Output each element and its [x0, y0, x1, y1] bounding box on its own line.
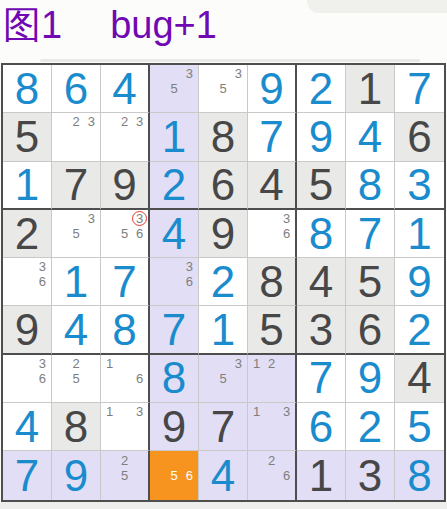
cell-r9c6[interactable]: 26: [248, 451, 297, 499]
cell-r1c5[interactable]: 35: [199, 65, 248, 113]
candidate-digit: 3: [39, 260, 46, 273]
cell-r1c6[interactable]: 9: [248, 65, 297, 113]
candidate-digit: 1: [106, 405, 113, 418]
candidate-digit: 3: [235, 357, 242, 370]
cell-r4c7[interactable]: 8: [297, 210, 346, 258]
given-digit: 1: [297, 451, 345, 499]
solved-digit: 2: [346, 403, 394, 450]
cell-r2c1[interactable]: 5: [3, 113, 52, 161]
solved-digit: 4: [101, 65, 148, 112]
cell-r9c2[interactable]: 9: [52, 451, 101, 499]
cell-r5c2[interactable]: 1: [52, 258, 101, 306]
solved-digit: 7: [101, 258, 148, 305]
candidate-digit: 5: [121, 227, 128, 240]
solved-digit: 9: [248, 65, 295, 112]
candidate-grid: 25: [102, 452, 147, 498]
solved-digit: 8: [297, 210, 345, 257]
solved-digit: 7: [395, 65, 444, 112]
candidate-digit: 3: [88, 212, 95, 225]
candidate-grid: 23: [53, 114, 99, 159]
candidate-digit: 3: [136, 405, 143, 418]
cell-r2c4[interactable]: 1: [150, 113, 199, 161]
cell-r3c4[interactable]: 2: [150, 162, 199, 210]
solved-digit: 1: [395, 210, 444, 257]
candidate-grid: 35: [53, 211, 99, 256]
cell-r7c3[interactable]: 16: [101, 355, 150, 403]
cell-r6c5[interactable]: 1: [199, 306, 248, 354]
candidate-digit: 5: [170, 82, 177, 95]
cell-r9c4[interactable]: 56: [150, 451, 199, 499]
cell-r9c9[interactable]: 8: [395, 451, 444, 499]
candidate-digit: 5: [121, 469, 128, 482]
solved-digit: 8: [346, 162, 394, 208]
cell-r8c3[interactable]: 13: [101, 403, 150, 451]
given-digit: 9: [101, 162, 148, 208]
candidate-digit: 3: [136, 115, 143, 128]
candidate-digit: 3: [186, 260, 193, 273]
cell-r9c7[interactable]: 1: [297, 451, 346, 499]
cell-r8c4[interactable]: 9: [150, 403, 199, 451]
given-digit: 3: [346, 451, 394, 499]
given-digit: 8: [248, 258, 295, 305]
candidate-digit: 2: [121, 454, 128, 467]
candidate-digit: 1: [253, 405, 260, 418]
background-artifact: [40, 59, 420, 62]
cell-r9c1[interactable]: 7: [3, 451, 52, 499]
candidate-grid: 23: [102, 114, 147, 159]
cell-r3c1[interactable]: 1: [3, 162, 52, 210]
candidate-digit: 1: [106, 357, 113, 370]
cell-r5c6[interactable]: 8: [248, 258, 297, 306]
given-digit: 4: [395, 355, 444, 402]
given-digit: 5: [297, 162, 345, 208]
cell-r7c1[interactable]: 36: [3, 355, 52, 403]
solved-digit: 1: [199, 306, 247, 352]
candidate-grid: 35: [200, 356, 246, 401]
cell-r4c2[interactable]: 35: [52, 210, 101, 258]
candidate-grid: 36: [4, 259, 50, 304]
given-digit: 7: [199, 403, 247, 450]
candidate-digit: 5: [219, 82, 226, 95]
solved-digit: 1: [150, 113, 198, 160]
candidate-grid: 36: [151, 259, 197, 304]
candidate-grid: 12: [249, 356, 294, 401]
cell-r5c9[interactable]: 9: [395, 258, 444, 306]
cell-r3c5[interactable]: 6: [199, 162, 248, 210]
candidate-digit: 3: [88, 115, 95, 128]
solved-digit: 9: [52, 451, 100, 499]
title-bar: 图1bug+1: [0, 0, 447, 63]
candidate-digit: 2: [268, 357, 275, 370]
cell-r1c1[interactable]: 8: [3, 65, 52, 113]
candidate-grid: 25: [53, 356, 99, 401]
given-digit: 5: [248, 306, 295, 352]
candidate-digit: 6: [136, 372, 143, 385]
cell-r8c8[interactable]: 2: [346, 403, 395, 451]
given-digit: 9: [150, 403, 198, 450]
candidate-digit: 6: [186, 469, 193, 482]
given-digit: 1: [346, 65, 394, 112]
cell-r8c9[interactable]: 5: [395, 403, 444, 451]
candidate-digit: 6: [186, 275, 193, 288]
sudoku-board: 8643535921752323187946179264583235356493…: [1, 63, 446, 502]
cell-r8c5[interactable]: 7: [199, 403, 248, 451]
solved-digit: 4: [199, 451, 247, 499]
cell-r5c5[interactable]: 2: [199, 258, 248, 306]
candidate-digit: 6: [39, 372, 46, 385]
cell-r1c9[interactable]: 7: [395, 65, 444, 113]
solved-digit: 9: [297, 113, 345, 160]
candidate-digit: 5: [219, 372, 226, 385]
candidate-digit: 3: [283, 212, 290, 225]
cell-r8c1[interactable]: 4: [3, 403, 52, 451]
cell-r9c3[interactable]: 25: [101, 451, 150, 499]
given-digit: 5: [346, 258, 394, 305]
candidate-digit: 2: [268, 454, 275, 467]
cell-r6c6[interactable]: 5: [248, 306, 297, 354]
cell-r4c3[interactable]: 356: [101, 210, 150, 258]
given-digit: 6: [395, 113, 444, 160]
figure-label: 图1: [3, 4, 62, 46]
cell-r2c6[interactable]: 7: [248, 113, 297, 161]
cell-r2c3[interactable]: 23: [101, 113, 150, 161]
solved-digit: 8: [3, 65, 51, 112]
cell-r6c7[interactable]: 3: [297, 306, 346, 354]
cell-r4c5[interactable]: 9: [199, 210, 248, 258]
given-digit: 7: [52, 162, 100, 208]
cell-r4c6[interactable]: 36: [248, 210, 297, 258]
cell-r3c3[interactable]: 9: [101, 162, 150, 210]
cell-r6c2[interactable]: 4: [52, 306, 101, 354]
cell-r3c2[interactable]: 7: [52, 162, 101, 210]
candidate-digit: 6: [136, 227, 143, 240]
candidate-grid: 16: [102, 356, 147, 401]
cell-r7c5[interactable]: 35: [199, 355, 248, 403]
candidate-grid: 36: [4, 356, 50, 401]
cell-r2c9[interactable]: 6: [395, 113, 444, 161]
solved-digit: 4: [150, 210, 198, 257]
cell-r1c8[interactable]: 1: [346, 65, 395, 113]
candidate-grid: 56: [151, 452, 197, 498]
cell-r3c7[interactable]: 5: [297, 162, 346, 210]
cell-r3c9[interactable]: 3: [395, 162, 444, 210]
solved-digit: 2: [395, 306, 444, 352]
solved-digit: 1: [52, 258, 100, 305]
candidate-digit: 2: [72, 357, 79, 370]
cell-r4c9[interactable]: 1: [395, 210, 444, 258]
cell-r6c1[interactable]: 9: [3, 306, 52, 354]
solved-digit: 1: [3, 162, 51, 208]
candidate-digit: 1: [253, 357, 260, 370]
candidate-grid: 26: [249, 452, 294, 498]
given-digit: 9: [3, 306, 51, 352]
solved-digit: 9: [346, 355, 394, 402]
cell-r4c8[interactable]: 7: [346, 210, 395, 258]
cell-r1c4[interactable]: 35: [150, 65, 199, 113]
candidate-grid: 13: [249, 404, 294, 449]
candidate-digit: 6: [283, 227, 290, 240]
bottom-margin: [0, 502, 447, 509]
candidate-digit: 5: [72, 227, 79, 240]
cell-r5c3[interactable]: 7: [101, 258, 150, 306]
cell-r9c5[interactable]: 4: [199, 451, 248, 499]
given-digit: 3: [297, 306, 345, 352]
solved-digit: 7: [3, 451, 51, 499]
solved-digit: 3: [395, 162, 444, 208]
candidate-digit: 3: [283, 405, 290, 418]
candidate-grid: 35: [200, 66, 246, 111]
cell-r2c5[interactable]: 8: [199, 113, 248, 161]
cell-r7c9[interactable]: 4: [395, 355, 444, 403]
cell-r1c2[interactable]: 6: [52, 65, 101, 113]
solved-digit: 2: [199, 258, 247, 305]
cell-r1c7[interactable]: 2: [297, 65, 346, 113]
cell-r1c3[interactable]: 4: [101, 65, 150, 113]
cell-r2c7[interactable]: 9: [297, 113, 346, 161]
candidate-grid: 35: [151, 66, 197, 111]
given-digit: 9: [199, 210, 247, 257]
solved-digit: 4: [346, 113, 394, 160]
candidate-grid: 356: [102, 211, 147, 256]
cell-r7c7[interactable]: 7: [297, 355, 346, 403]
cell-r7c8[interactable]: 9: [346, 355, 395, 403]
cell-r4c1[interactable]: 2: [3, 210, 52, 258]
cell-r8c2[interactable]: 8: [52, 403, 101, 451]
cell-r5c8[interactable]: 5: [346, 258, 395, 306]
background-artifact: [307, 0, 447, 13]
cell-r8c7[interactable]: 6: [297, 403, 346, 451]
cell-r3c6[interactable]: 4: [248, 162, 297, 210]
page-title: 图1bug+1: [3, 5, 217, 47]
cell-r9c8[interactable]: 3: [346, 451, 395, 499]
cell-r7c2[interactable]: 25: [52, 355, 101, 403]
circled-candidate-digit: 3: [132, 211, 147, 226]
solved-digit: 8: [395, 451, 444, 499]
given-digit: 8: [199, 113, 247, 160]
cell-r6c4[interactable]: 7: [150, 306, 199, 354]
candidate-digit: 2: [72, 115, 79, 128]
cell-r2c8[interactable]: 4: [346, 113, 395, 161]
solved-digit: 6: [297, 403, 345, 450]
given-digit: 6: [346, 306, 394, 352]
cell-r6c9[interactable]: 2: [395, 306, 444, 354]
candidate-digit: 2: [121, 115, 128, 128]
given-digit: 5: [3, 113, 51, 160]
cell-r3c8[interactable]: 8: [346, 162, 395, 210]
solved-digit: 5: [395, 403, 444, 450]
cell-r5c4[interactable]: 36: [150, 258, 199, 306]
cell-r2c2[interactable]: 23: [52, 113, 101, 161]
cell-r5c1[interactable]: 36: [3, 258, 52, 306]
solved-digit: 2: [297, 65, 345, 112]
candidate-digit: 3: [39, 357, 46, 370]
solved-digit: 6: [52, 65, 100, 112]
given-digit: 8: [52, 403, 100, 450]
cell-r6c3[interactable]: 8: [101, 306, 150, 354]
solved-digit: 9: [395, 258, 444, 305]
solved-digit: 2: [150, 162, 198, 208]
solved-digit: 8: [101, 306, 148, 352]
cell-r8c6[interactable]: 13: [248, 403, 297, 451]
candidate-grid: 36: [249, 211, 294, 256]
given-digit: 2: [3, 210, 51, 257]
solved-digit: 7: [248, 113, 295, 160]
solved-digit: 7: [346, 210, 394, 257]
given-digit: 4: [248, 162, 295, 208]
candidate-digit: 5: [170, 469, 177, 482]
cell-r6c8[interactable]: 6: [346, 306, 395, 354]
candidate-grid: 13: [102, 404, 147, 449]
puzzle-label: bug+1: [110, 4, 217, 46]
candidate-digit: 6: [283, 469, 290, 482]
candidate-digit: 5: [72, 372, 79, 385]
cell-r7c6[interactable]: 12: [248, 355, 297, 403]
solved-digit: 4: [52, 306, 100, 352]
cell-r5c7[interactable]: 4: [297, 258, 346, 306]
given-digit: 4: [297, 258, 345, 305]
solved-digit: 8: [150, 355, 198, 402]
solved-digit: 7: [150, 306, 198, 352]
solved-digit: 4: [3, 403, 51, 450]
given-digit: 6: [199, 162, 247, 208]
cell-r4c4[interactable]: 4: [150, 210, 199, 258]
candidate-digit: 3: [186, 67, 193, 80]
cell-r7c4[interactable]: 8: [150, 355, 199, 403]
solved-digit: 7: [297, 355, 345, 402]
candidate-digit: 6: [39, 275, 46, 288]
candidate-digit: 3: [235, 67, 242, 80]
